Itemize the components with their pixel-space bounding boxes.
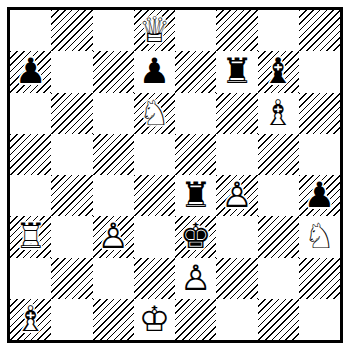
square-b2[interactable]	[51, 258, 92, 299]
square-a7[interactable]: ♟	[10, 51, 51, 92]
square-e6[interactable]	[175, 93, 216, 134]
square-c5[interactable]	[93, 134, 134, 175]
piece-black-pawn[interactable]: ♟	[139, 54, 170, 89]
square-b5[interactable]	[51, 134, 92, 175]
square-a4[interactable]	[10, 175, 51, 216]
square-g1[interactable]	[258, 299, 299, 340]
square-d3[interactable]	[134, 216, 175, 257]
square-h2[interactable]	[299, 258, 340, 299]
square-c6[interactable]	[93, 93, 134, 134]
square-g4[interactable]	[258, 175, 299, 216]
piece-white-queen[interactable]: ♕	[139, 13, 170, 48]
square-b3[interactable]	[51, 216, 92, 257]
piece-black-bishop[interactable]: ♝	[262, 54, 293, 89]
piece-white-pawn[interactable]: ♙	[97, 219, 128, 254]
square-e7[interactable]	[175, 51, 216, 92]
square-e4[interactable]: ♜	[175, 175, 216, 216]
chess-diagram: ♕♟♟♜♝♘♗♜♙♟♖♙♚♘♙♗♔	[0, 0, 350, 350]
square-f8[interactable]	[216, 10, 257, 51]
square-a2[interactable]	[10, 258, 51, 299]
square-g6[interactable]: ♗	[258, 93, 299, 134]
square-f1[interactable]	[216, 299, 257, 340]
square-b8[interactable]	[51, 10, 92, 51]
piece-black-pawn[interactable]: ♟	[15, 54, 46, 89]
square-e5[interactable]	[175, 134, 216, 175]
square-f3[interactable]	[216, 216, 257, 257]
square-e2[interactable]: ♙	[175, 258, 216, 299]
square-c2[interactable]	[93, 258, 134, 299]
square-f5[interactable]	[216, 134, 257, 175]
square-g3[interactable]	[258, 216, 299, 257]
square-h6[interactable]	[299, 93, 340, 134]
square-a6[interactable]	[10, 93, 51, 134]
square-f2[interactable]	[216, 258, 257, 299]
piece-white-rook[interactable]: ♖	[15, 219, 46, 254]
square-h4[interactable]: ♟	[299, 175, 340, 216]
square-h8[interactable]	[299, 10, 340, 51]
square-h7[interactable]	[299, 51, 340, 92]
square-a1[interactable]: ♗	[10, 299, 51, 340]
piece-white-bishop[interactable]: ♗	[262, 96, 293, 131]
square-d7[interactable]: ♟	[134, 51, 175, 92]
square-c3[interactable]: ♙	[93, 216, 134, 257]
piece-white-pawn[interactable]: ♙	[221, 178, 252, 213]
square-d6[interactable]: ♘	[134, 93, 175, 134]
chess-board: ♕♟♟♜♝♘♗♜♙♟♖♙♚♘♙♗♔	[7, 7, 343, 343]
piece-white-knight[interactable]: ♘	[139, 96, 170, 131]
square-g2[interactable]	[258, 258, 299, 299]
square-h3[interactable]: ♘	[299, 216, 340, 257]
square-b7[interactable]	[51, 51, 92, 92]
square-b4[interactable]	[51, 175, 92, 216]
square-a5[interactable]	[10, 134, 51, 175]
square-h1[interactable]	[299, 299, 340, 340]
square-c4[interactable]	[93, 175, 134, 216]
square-e8[interactable]	[175, 10, 216, 51]
square-e1[interactable]	[175, 299, 216, 340]
square-b1[interactable]	[51, 299, 92, 340]
square-f4[interactable]: ♙	[216, 175, 257, 216]
square-c7[interactable]	[93, 51, 134, 92]
piece-white-king[interactable]: ♔	[139, 302, 170, 337]
piece-white-bishop[interactable]: ♗	[15, 302, 46, 337]
square-a3[interactable]: ♖	[10, 216, 51, 257]
square-d4[interactable]	[134, 175, 175, 216]
square-d1[interactable]: ♔	[134, 299, 175, 340]
square-g8[interactable]	[258, 10, 299, 51]
square-c1[interactable]	[93, 299, 134, 340]
square-c8[interactable]	[93, 10, 134, 51]
square-d5[interactable]	[134, 134, 175, 175]
square-h5[interactable]	[299, 134, 340, 175]
piece-white-knight[interactable]: ♘	[304, 219, 335, 254]
square-d2[interactable]	[134, 258, 175, 299]
piece-black-rook[interactable]: ♜	[180, 178, 211, 213]
piece-black-king[interactable]: ♚	[180, 219, 211, 254]
piece-white-pawn[interactable]: ♙	[180, 261, 211, 296]
square-g7[interactable]: ♝	[258, 51, 299, 92]
piece-black-pawn[interactable]: ♟	[304, 178, 335, 213]
square-g5[interactable]	[258, 134, 299, 175]
piece-black-rook[interactable]: ♜	[221, 54, 252, 89]
square-f7[interactable]: ♜	[216, 51, 257, 92]
square-a8[interactable]	[10, 10, 51, 51]
square-d8[interactable]: ♕	[134, 10, 175, 51]
square-f6[interactable]	[216, 93, 257, 134]
square-e3[interactable]: ♚	[175, 216, 216, 257]
square-b6[interactable]	[51, 93, 92, 134]
